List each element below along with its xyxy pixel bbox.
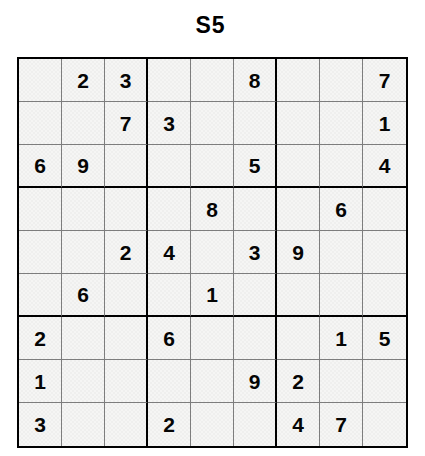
cell-r8c9[interactable] — [363, 360, 406, 403]
cell-r7c3[interactable] — [105, 317, 148, 360]
cell-r1c6[interactable]: 8 — [234, 59, 277, 102]
cell-r7c2[interactable] — [62, 317, 105, 360]
cell-r9c3[interactable] — [105, 403, 148, 446]
cell-r8c1[interactable]: 1 — [19, 360, 62, 403]
cell-r1c9[interactable]: 7 — [363, 59, 406, 102]
cell-r2c3[interactable]: 7 — [105, 102, 148, 145]
cell-r2c7[interactable] — [277, 102, 320, 145]
cell-r2c2[interactable] — [62, 102, 105, 145]
cell-r1c7[interactable] — [277, 59, 320, 102]
cell-r8c7[interactable]: 2 — [277, 360, 320, 403]
cell-r9c6[interactable] — [234, 403, 277, 446]
cell-r7c8[interactable]: 1 — [320, 317, 363, 360]
cell-r1c2[interactable]: 2 — [62, 59, 105, 102]
cell-r1c3[interactable]: 3 — [105, 59, 148, 102]
cell-r9c7[interactable]: 4 — [277, 403, 320, 446]
sudoku-board: 238773169548624396126151923247 — [17, 57, 408, 448]
cell-r1c4[interactable] — [148, 59, 191, 102]
cell-r6c8[interactable] — [320, 274, 363, 317]
cell-r5c6[interactable]: 3 — [234, 231, 277, 274]
cell-r8c8[interactable] — [320, 360, 363, 403]
cell-r9c4[interactable]: 2 — [148, 403, 191, 446]
cell-r9c9[interactable] — [363, 403, 406, 446]
cell-r4c2[interactable] — [62, 188, 105, 231]
cell-r5c4[interactable]: 4 — [148, 231, 191, 274]
cell-r6c4[interactable] — [148, 274, 191, 317]
cell-r5c9[interactable] — [363, 231, 406, 274]
cell-r9c5[interactable] — [191, 403, 234, 446]
cell-r4c6[interactable] — [234, 188, 277, 231]
cell-r3c2[interactable]: 9 — [62, 145, 105, 188]
cell-r3c1[interactable]: 6 — [19, 145, 62, 188]
puzzle-title: S5 — [0, 12, 421, 39]
cell-r9c8[interactable]: 7 — [320, 403, 363, 446]
cell-r6c2[interactable]: 6 — [62, 274, 105, 317]
cell-r8c6[interactable]: 9 — [234, 360, 277, 403]
cell-r7c6[interactable] — [234, 317, 277, 360]
cell-r6c1[interactable] — [19, 274, 62, 317]
cell-r8c4[interactable] — [148, 360, 191, 403]
cell-r4c3[interactable] — [105, 188, 148, 231]
cell-r3c6[interactable]: 5 — [234, 145, 277, 188]
cell-r9c2[interactable] — [62, 403, 105, 446]
cell-r2c1[interactable] — [19, 102, 62, 145]
cell-r4c7[interactable] — [277, 188, 320, 231]
cell-r2c5[interactable] — [191, 102, 234, 145]
cell-r8c2[interactable] — [62, 360, 105, 403]
sudoku-page: S5 238773169548624396126151923247 — [0, 0, 425, 456]
cell-r8c5[interactable] — [191, 360, 234, 403]
cell-r4c4[interactable] — [148, 188, 191, 231]
cell-r3c3[interactable] — [105, 145, 148, 188]
cell-r5c5[interactable] — [191, 231, 234, 274]
cell-r3c7[interactable] — [277, 145, 320, 188]
cell-r8c3[interactable] — [105, 360, 148, 403]
cell-r6c5[interactable]: 1 — [191, 274, 234, 317]
cell-r2c9[interactable]: 1 — [363, 102, 406, 145]
cell-r7c1[interactable]: 2 — [19, 317, 62, 360]
cell-r2c8[interactable] — [320, 102, 363, 145]
cell-r5c7[interactable]: 9 — [277, 231, 320, 274]
cell-r4c5[interactable]: 8 — [191, 188, 234, 231]
cell-r5c3[interactable]: 2 — [105, 231, 148, 274]
cell-r1c5[interactable] — [191, 59, 234, 102]
cell-r3c4[interactable] — [148, 145, 191, 188]
cell-r2c4[interactable]: 3 — [148, 102, 191, 145]
cell-r5c1[interactable] — [19, 231, 62, 274]
cell-r3c5[interactable] — [191, 145, 234, 188]
cell-r6c3[interactable] — [105, 274, 148, 317]
cell-r5c2[interactable] — [62, 231, 105, 274]
cell-r7c5[interactable] — [191, 317, 234, 360]
cell-r9c1[interactable]: 3 — [19, 403, 62, 446]
cell-r7c7[interactable] — [277, 317, 320, 360]
cell-r7c4[interactable]: 6 — [148, 317, 191, 360]
cell-r5c8[interactable] — [320, 231, 363, 274]
cell-r4c9[interactable] — [363, 188, 406, 231]
cell-r4c1[interactable] — [19, 188, 62, 231]
cell-r3c9[interactable]: 4 — [363, 145, 406, 188]
cell-r4c8[interactable]: 6 — [320, 188, 363, 231]
cell-r6c9[interactable] — [363, 274, 406, 317]
cell-r2c6[interactable] — [234, 102, 277, 145]
cell-r6c7[interactable] — [277, 274, 320, 317]
cell-r1c8[interactable] — [320, 59, 363, 102]
cell-r7c9[interactable]: 5 — [363, 317, 406, 360]
cell-r6c6[interactable] — [234, 274, 277, 317]
cell-r3c8[interactable] — [320, 145, 363, 188]
cell-r1c1[interactable] — [19, 59, 62, 102]
